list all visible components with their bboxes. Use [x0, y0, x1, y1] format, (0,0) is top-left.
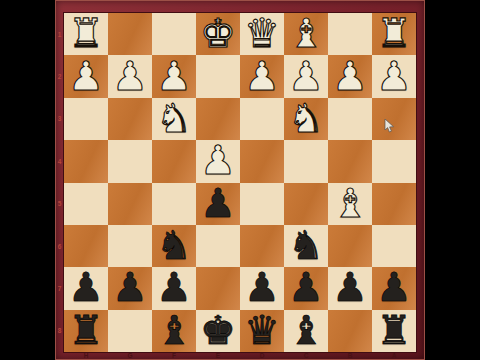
square-b6[interactable]	[328, 225, 372, 267]
square-c5[interactable]	[284, 183, 328, 225]
white-pawn: ♟	[288, 56, 324, 96]
black-pawn: ♟	[244, 267, 280, 307]
square-b1[interactable]	[328, 13, 372, 55]
white-pawn: ♟	[332, 56, 368, 96]
white-pawn: ♟	[112, 56, 148, 96]
black-queen: ♛	[244, 310, 280, 350]
square-h2[interactable]: ♟	[64, 55, 108, 97]
square-d6[interactable]	[240, 225, 284, 267]
square-c6[interactable]: ♞	[284, 225, 328, 267]
square-h6[interactable]	[64, 225, 108, 267]
square-h7[interactable]: ♟	[64, 267, 108, 309]
square-g5[interactable]	[108, 183, 152, 225]
black-pawn: ♟	[376, 267, 412, 307]
square-e5[interactable]: ♟	[196, 183, 240, 225]
letterbox-right	[424, 0, 480, 360]
square-e3[interactable]	[196, 98, 240, 140]
mouse-cursor-icon	[384, 119, 395, 133]
square-b2[interactable]: ♟	[328, 55, 372, 97]
file-label-d: D	[240, 351, 284, 360]
white-pawn: ♟	[156, 56, 192, 96]
square-d2[interactable]: ♟	[240, 55, 284, 97]
white-king: ♚	[200, 13, 236, 53]
black-bishop: ♝	[288, 310, 324, 350]
square-f2[interactable]: ♟	[152, 55, 196, 97]
file-label-f: F	[152, 351, 196, 360]
white-rook: ♜	[376, 13, 412, 53]
video-frame: 12345678 ♜♚♛♝♜♟♟♟♟♟♟♟♞♞♟♟♝♞♞♟♟♟♟♟♟♟♜♝♚♛♝…	[0, 0, 480, 360]
rank-label-1: 1	[55, 13, 64, 55]
black-pawn: ♟	[332, 267, 368, 307]
square-d8[interactable]: ♛	[240, 310, 284, 352]
square-e8[interactable]: ♚	[196, 310, 240, 352]
square-a7[interactable]: ♟	[372, 267, 416, 309]
square-d7[interactable]: ♟	[240, 267, 284, 309]
black-pawn: ♟	[156, 267, 192, 307]
square-e2[interactable]	[196, 55, 240, 97]
square-f8[interactable]: ♝	[152, 310, 196, 352]
square-c4[interactable]	[284, 140, 328, 182]
square-f3[interactable]: ♞	[152, 98, 196, 140]
white-pawn: ♟	[200, 140, 236, 180]
square-b5[interactable]: ♝	[328, 183, 372, 225]
white-rook: ♜	[68, 13, 104, 53]
black-knight: ♞	[288, 225, 324, 265]
white-knight: ♞	[156, 98, 192, 138]
letterbox-left	[0, 0, 56, 360]
file-label-e: E	[196, 351, 240, 360]
square-f6[interactable]: ♞	[152, 225, 196, 267]
black-pawn: ♟	[200, 183, 236, 223]
square-f5[interactable]	[152, 183, 196, 225]
square-g3[interactable]	[108, 98, 152, 140]
square-c3[interactable]: ♞	[284, 98, 328, 140]
file-label-h: H	[64, 351, 108, 360]
rank-label-3: 3	[55, 98, 64, 140]
rank-label-8: 8	[55, 310, 64, 352]
square-g2[interactable]: ♟	[108, 55, 152, 97]
white-queen: ♛	[244, 13, 280, 53]
square-f1[interactable]	[152, 13, 196, 55]
square-a4[interactable]	[372, 140, 416, 182]
square-b3[interactable]	[328, 98, 372, 140]
black-pawn: ♟	[112, 267, 148, 307]
square-c2[interactable]: ♟	[284, 55, 328, 97]
file-label-c: C	[284, 351, 328, 360]
rank-label-5: 5	[55, 183, 64, 225]
square-e1[interactable]: ♚	[196, 13, 240, 55]
black-rook: ♜	[68, 310, 104, 350]
square-g4[interactable]	[108, 140, 152, 182]
square-g1[interactable]	[108, 13, 152, 55]
chess-board-frame: 12345678 ♜♚♛♝♜♟♟♟♟♟♟♟♞♞♟♟♝♞♞♟♟♟♟♟♟♟♜♝♚♛♝…	[55, 0, 425, 360]
square-h5[interactable]	[64, 183, 108, 225]
square-a5[interactable]	[372, 183, 416, 225]
white-knight: ♞	[288, 98, 324, 138]
square-e4[interactable]: ♟	[196, 140, 240, 182]
rank-label-6: 6	[55, 225, 64, 267]
file-label-a: A	[372, 351, 416, 360]
square-e7[interactable]	[196, 267, 240, 309]
black-pawn: ♟	[68, 267, 104, 307]
square-h3[interactable]	[64, 98, 108, 140]
square-f4[interactable]	[152, 140, 196, 182]
white-pawn: ♟	[68, 56, 104, 96]
file-label-g: G	[108, 351, 152, 360]
square-c8[interactable]: ♝	[284, 310, 328, 352]
square-c7[interactable]: ♟	[284, 267, 328, 309]
black-king: ♚	[200, 310, 236, 350]
square-h4[interactable]	[64, 140, 108, 182]
square-h8[interactable]: ♜	[64, 310, 108, 352]
black-bishop: ♝	[156, 310, 192, 350]
square-g7[interactable]: ♟	[108, 267, 152, 309]
square-b7[interactable]: ♟	[328, 267, 372, 309]
square-b4[interactable]	[328, 140, 372, 182]
black-rook: ♜	[376, 310, 412, 350]
rank-labels: 12345678	[55, 13, 64, 352]
square-a2[interactable]: ♟	[372, 55, 416, 97]
square-d4[interactable]	[240, 140, 284, 182]
square-e6[interactable]	[196, 225, 240, 267]
file-label-b: B	[328, 351, 372, 360]
white-bishop: ♝	[288, 13, 324, 53]
square-a8[interactable]: ♜	[372, 310, 416, 352]
rank-label-4: 4	[55, 140, 64, 182]
square-c1[interactable]: ♝	[284, 13, 328, 55]
square-g8[interactable]	[108, 310, 152, 352]
square-d3[interactable]	[240, 98, 284, 140]
square-a1[interactable]: ♜	[372, 13, 416, 55]
black-knight: ♞	[156, 225, 192, 265]
square-d5[interactable]	[240, 183, 284, 225]
white-pawn: ♟	[244, 56, 280, 96]
square-b8[interactable]	[328, 310, 372, 352]
square-g6[interactable]	[108, 225, 152, 267]
square-f7[interactable]: ♟	[152, 267, 196, 309]
square-a6[interactable]	[372, 225, 416, 267]
file-labels: HGFEDCBA	[64, 351, 416, 360]
rank-label-7: 7	[55, 267, 64, 309]
square-h1[interactable]: ♜	[64, 13, 108, 55]
black-pawn: ♟	[288, 267, 324, 307]
white-pawn: ♟	[376, 56, 412, 96]
rank-label-2: 2	[55, 55, 64, 97]
square-d1[interactable]: ♛	[240, 13, 284, 55]
white-bishop: ♝	[332, 183, 368, 223]
chess-board: ♜♚♛♝♜♟♟♟♟♟♟♟♞♞♟♟♝♞♞♟♟♟♟♟♟♟♜♝♚♛♝♜	[64, 13, 416, 352]
